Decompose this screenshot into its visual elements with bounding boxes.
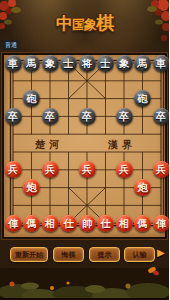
piece-red-兵[interactable]: 兵 [79, 161, 96, 178]
title-char: 象 [84, 17, 96, 32]
piece-black-将[interactable]: 将 [79, 55, 96, 72]
resign-button[interactable]: 认输 [124, 247, 155, 262]
piece-red-傌[interactable]: 傌 [23, 215, 40, 232]
piece-black-卒[interactable]: 卒 [79, 108, 96, 125]
river-label-right: 漢界 [100, 138, 144, 152]
piece-black-馬[interactable]: 馬 [134, 55, 151, 72]
piece-red-炮[interactable]: 炮 [23, 179, 40, 196]
app-title: 中国象棋 [0, 11, 169, 35]
piece-red-兵[interactable]: 兵 [153, 161, 170, 178]
piece-black-車[interactable]: 車 [153, 55, 170, 72]
piece-red-仕[interactable]: 仕 [60, 215, 77, 232]
piece-black-卒[interactable]: 卒 [42, 108, 59, 125]
piece-red-俥[interactable]: 俥 [5, 215, 22, 232]
undo-move-button[interactable]: 悔棋 [53, 247, 84, 262]
toolbar: 重新开始 悔棋 提示 认输 ▶ [0, 245, 169, 263]
piece-black-砲[interactable]: 砲 [134, 90, 151, 107]
piece-red-兵[interactable]: 兵 [5, 161, 22, 178]
piece-black-卒[interactable]: 卒 [153, 108, 170, 125]
piece-black-象[interactable]: 象 [116, 55, 133, 72]
piece-red-相[interactable]: 相 [116, 215, 133, 232]
piece-red-炮[interactable]: 炮 [134, 179, 151, 196]
title-char: 中 [56, 13, 72, 33]
piece-black-卒[interactable]: 卒 [116, 108, 133, 125]
title-char: 国 [72, 17, 84, 32]
hint-button[interactable]: 提示 [89, 247, 120, 262]
xiangqi-board[interactable]: 楚河 漢界 車馬象士将士象馬車砲砲卒卒卒卒卒兵兵兵兵兵炮炮俥傌相仕帥仕相傌俥 [2, 53, 167, 239]
more-buttons-arrow-icon[interactable]: ▶ [157, 247, 165, 259]
piece-black-卒[interactable]: 卒 [5, 108, 22, 125]
piece-red-兵[interactable]: 兵 [42, 161, 59, 178]
game-screen: 中国象棋 普通 楚河 漢界 車馬象士将士象馬車砲砲卒卒卒卒卒兵兵兵兵兵炮炮俥傌相… [0, 0, 169, 300]
piece-red-兵[interactable]: 兵 [116, 161, 133, 178]
piece-red-仕[interactable]: 仕 [97, 215, 114, 232]
difficulty-badge: 普通 [2, 40, 20, 50]
piece-black-士[interactable]: 士 [97, 55, 114, 72]
restart-button[interactable]: 重新开始 [10, 247, 48, 262]
bottom-decoration [0, 262, 169, 300]
piece-red-俥[interactable]: 俥 [153, 215, 170, 232]
piece-black-車[interactable]: 車 [5, 55, 22, 72]
river-label-left: 楚河 [27, 138, 71, 152]
piece-black-象[interactable]: 象 [42, 55, 59, 72]
piece-red-相[interactable]: 相 [42, 215, 59, 232]
piece-red-傌[interactable]: 傌 [134, 215, 151, 232]
title-char: 棋 [96, 12, 113, 33]
piece-black-馬[interactable]: 馬 [23, 55, 40, 72]
piece-black-士[interactable]: 士 [60, 55, 77, 72]
piece-black-砲[interactable]: 砲 [23, 90, 40, 107]
piece-red-帥[interactable]: 帥 [79, 215, 96, 232]
